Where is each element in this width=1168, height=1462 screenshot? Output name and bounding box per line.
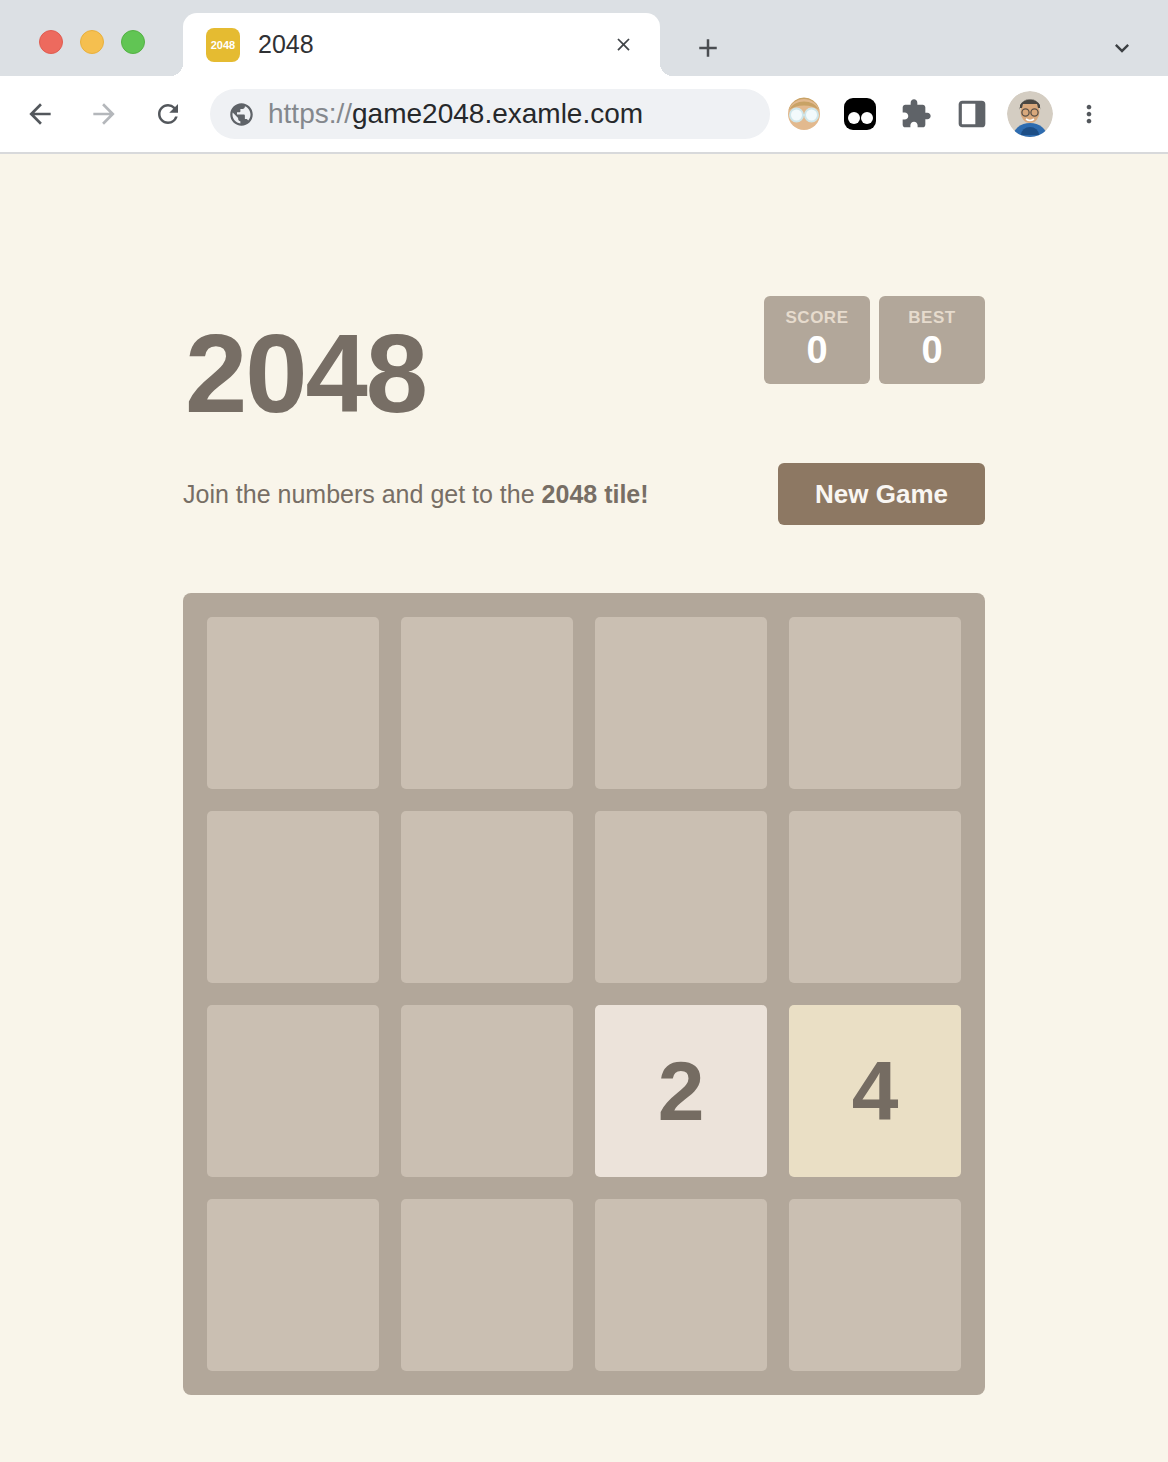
traffic-lights bbox=[39, 30, 145, 54]
browser-window: 2048 2048 bbox=[0, 0, 1168, 1462]
forward-arrow-icon bbox=[88, 98, 120, 130]
tile-2: 2 bbox=[595, 1005, 767, 1177]
back-button[interactable] bbox=[18, 92, 62, 136]
tab-close-button[interactable] bbox=[606, 28, 640, 62]
close-icon bbox=[613, 34, 634, 55]
user-photo-icon bbox=[1007, 91, 1053, 137]
score-box: SCORE 0 bbox=[764, 296, 870, 384]
board-grid: 24 bbox=[183, 593, 985, 1395]
empty-cell bbox=[595, 1199, 767, 1371]
empty-cell bbox=[595, 617, 767, 789]
new-game-button[interactable]: New Game bbox=[778, 463, 985, 525]
empty-cell bbox=[207, 617, 379, 789]
browser-tab[interactable]: 2048 2048 bbox=[183, 13, 660, 76]
globe-icon bbox=[228, 101, 255, 128]
dark-square-two-dots-icon bbox=[843, 97, 877, 131]
side-panel-icon bbox=[956, 98, 988, 130]
tab-search-button[interactable] bbox=[1100, 26, 1144, 70]
score-value: 0 bbox=[764, 329, 870, 372]
best-value: 0 bbox=[879, 329, 985, 372]
chevron-down-icon bbox=[1108, 34, 1136, 62]
back-arrow-icon bbox=[24, 98, 56, 130]
three-dots-icon bbox=[1075, 100, 1103, 128]
best-label: BEST bbox=[879, 308, 985, 328]
empty-cell bbox=[401, 811, 573, 983]
empty-cell bbox=[207, 811, 379, 983]
url-scheme: https:// bbox=[268, 98, 352, 129]
face-with-glasses-icon bbox=[786, 96, 822, 132]
subtitle: Join the numbers and get to the 2048 til… bbox=[183, 480, 649, 509]
tile-4: 4 bbox=[789, 1005, 961, 1177]
tab-strip: 2048 2048 bbox=[0, 0, 1168, 76]
browser-menu-button[interactable] bbox=[1067, 92, 1111, 136]
empty-cell bbox=[207, 1005, 379, 1177]
scoreboard: SCORE 0 BEST 0 bbox=[764, 296, 985, 384]
zoom-window-button[interactable] bbox=[121, 30, 145, 54]
extensions-menu-button[interactable] bbox=[897, 95, 935, 133]
empty-cell bbox=[595, 811, 767, 983]
close-window-button[interactable] bbox=[39, 30, 63, 54]
empty-cell bbox=[789, 617, 961, 789]
favicon-2048-icon: 2048 bbox=[206, 28, 240, 62]
reload-icon bbox=[153, 99, 183, 129]
score-label: SCORE bbox=[764, 308, 870, 328]
profile-avatar[interactable] bbox=[1007, 91, 1053, 137]
page-title: 2048 bbox=[185, 318, 426, 430]
url-host: game2048.examle.com bbox=[352, 98, 643, 129]
best-box: BEST 0 bbox=[879, 296, 985, 384]
empty-cell bbox=[401, 1005, 573, 1177]
extension-dark-button[interactable] bbox=[841, 95, 879, 133]
page-2048: 2048 SCORE 0 BEST 0 Join the numbers and… bbox=[0, 154, 1168, 1462]
address-bar[interactable]: https://game2048.examle.com bbox=[210, 89, 770, 139]
new-tab-button[interactable] bbox=[686, 26, 730, 70]
empty-cell bbox=[789, 811, 961, 983]
tab-title: 2048 bbox=[258, 30, 606, 59]
reload-button[interactable] bbox=[146, 92, 190, 136]
side-panel-button[interactable] bbox=[953, 95, 991, 133]
plus-icon bbox=[693, 33, 723, 63]
empty-cell bbox=[401, 1199, 573, 1371]
empty-cell bbox=[789, 1199, 961, 1371]
url-text: https://game2048.examle.com bbox=[268, 98, 643, 130]
browser-toolbar: https://game2048.examle.com bbox=[0, 76, 1168, 154]
extension-face-button[interactable] bbox=[785, 95, 823, 133]
empty-cell bbox=[207, 1199, 379, 1371]
forward-button[interactable] bbox=[82, 92, 126, 136]
puzzle-piece-icon bbox=[900, 98, 932, 130]
empty-cell bbox=[401, 617, 573, 789]
minimize-window-button[interactable] bbox=[80, 30, 104, 54]
